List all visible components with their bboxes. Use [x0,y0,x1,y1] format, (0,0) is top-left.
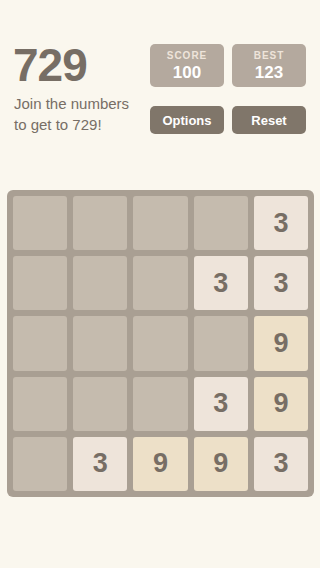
tile-9: 9 [254,316,308,370]
best-label: BEST [232,44,306,61]
options-button[interactable]: Options [150,106,224,134]
tile-3: 3 [194,377,248,431]
best-value: 123 [232,63,306,83]
board[interactable]: 3339393993 [7,190,314,497]
game-subtitle: Join the numbers to get to 729! [14,93,129,135]
board-cell-empty [13,196,67,250]
board-cell-empty [13,256,67,310]
tile-3: 3 [73,437,127,491]
board-cell-empty [13,437,67,491]
board-cell-empty [194,316,248,370]
tile-9: 9 [254,377,308,431]
score-value: 100 [150,63,224,83]
tile-3: 3 [254,196,308,250]
board-cell-empty [194,196,248,250]
app-screen: 729 Join the numbers to get to 729! SCOR… [0,0,320,568]
tile-3: 3 [194,256,248,310]
score-panel: SCORE 100 [150,44,224,87]
board-cell-empty [133,377,187,431]
board-cell-empty [73,196,127,250]
score-label: SCORE [150,44,224,61]
board-cell-empty [73,377,127,431]
board-cell-empty [73,316,127,370]
reset-button[interactable]: Reset [232,106,306,134]
tile-9: 9 [133,437,187,491]
board-cell-empty [13,316,67,370]
board-cell-empty [133,196,187,250]
tile-3: 3 [254,256,308,310]
tile-9: 9 [194,437,248,491]
game-subtitle-line1: Join the numbers [14,93,129,114]
tile-3: 3 [254,437,308,491]
game-title: 729 [13,42,87,88]
board-cell-empty [133,316,187,370]
game-subtitle-line2: to get to 729! [14,114,129,135]
best-panel: BEST 123 [232,44,306,87]
board-cell-empty [133,256,187,310]
board-cell-empty [73,256,127,310]
board-cell-empty [13,377,67,431]
